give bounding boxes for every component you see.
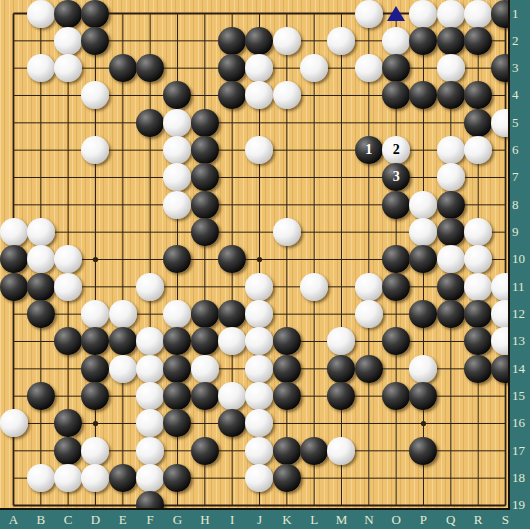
col-label-A: A [9, 512, 18, 528]
stone-white-O2 [382, 27, 410, 55]
stone-black-S14 [491, 355, 510, 383]
stone-black-K15 [273, 382, 301, 410]
stone-white-Q1 [437, 0, 465, 28]
col-label-P: P [420, 512, 427, 528]
row-label-14: 14 [512, 361, 525, 377]
stone-black-Q2 [437, 27, 465, 55]
col-label-N: N [364, 512, 373, 528]
row-label-18: 18 [512, 470, 525, 486]
stone-black-I2 [218, 27, 246, 55]
stone-black-Q11 [437, 273, 465, 301]
row-label-10: 10 [512, 251, 525, 267]
right-coordinate-strip: 12345678910111213141516171819 [510, 0, 530, 510]
stone-white-H14 [191, 355, 219, 383]
stone-white-S5 [491, 109, 510, 137]
row-label-5: 5 [512, 115, 519, 131]
stone-black-A10 [0, 245, 28, 273]
stone-white-Q6 [437, 136, 465, 164]
stone-black-O8 [382, 191, 410, 219]
stone-white-N3 [355, 54, 383, 82]
stone-black-R14 [464, 355, 492, 383]
go-board-app: 123 12345678910111213141516171819 ABCDEF… [0, 0, 530, 529]
stone-black-N6: 1 [355, 136, 383, 164]
col-label-O: O [391, 512, 400, 528]
stone-white-C11 [54, 273, 82, 301]
stone-black-D1 [81, 0, 109, 28]
col-label-G: G [173, 512, 182, 528]
stone-white-K2 [273, 27, 301, 55]
col-label-Q: Q [446, 512, 455, 528]
stone-black-H5 [191, 109, 219, 137]
go-board[interactable]: 123 [0, 0, 510, 510]
stone-black-N14 [355, 355, 383, 383]
stone-black-L17 [300, 437, 328, 465]
stone-black-S3 [491, 54, 510, 82]
stone-white-N11 [355, 273, 383, 301]
stone-black-C1 [54, 0, 82, 28]
stone-black-B12 [27, 300, 55, 328]
stone-white-B9 [27, 218, 55, 246]
row-label-3: 3 [512, 60, 519, 76]
stone-black-O11 [382, 273, 410, 301]
row-label-13: 13 [512, 333, 525, 349]
col-label-R: R [474, 512, 483, 528]
move-number-3: 3 [393, 170, 400, 184]
col-label-J: J [257, 512, 262, 528]
stone-black-Q9 [437, 218, 465, 246]
col-label-S: S [502, 512, 509, 528]
stone-black-K14 [273, 355, 301, 383]
col-label-E: E [119, 512, 127, 528]
row-label-11: 11 [512, 279, 525, 295]
stone-black-K17 [273, 437, 301, 465]
row-label-1: 1 [512, 6, 519, 22]
stone-white-B1 [27, 0, 55, 28]
stone-white-F17 [136, 437, 164, 465]
col-label-D: D [91, 512, 100, 528]
row-label-4: 4 [512, 87, 519, 103]
row-label-12: 12 [512, 306, 525, 322]
stone-black-H6 [191, 136, 219, 164]
stone-black-Q12 [437, 300, 465, 328]
col-label-K: K [282, 512, 291, 528]
stone-white-C2 [54, 27, 82, 55]
stone-white-F11 [136, 273, 164, 301]
col-label-I: I [230, 512, 234, 528]
row-label-6: 6 [512, 142, 519, 158]
stone-black-H17 [191, 437, 219, 465]
stone-black-R5 [464, 109, 492, 137]
stone-white-N1 [355, 0, 383, 28]
stone-white-P1 [409, 0, 437, 28]
row-label-17: 17 [512, 443, 525, 459]
stone-black-H15 [191, 382, 219, 410]
row-label-8: 8 [512, 197, 519, 213]
stone-white-N12 [355, 300, 383, 328]
stone-white-S12 [491, 300, 510, 328]
row-label-7: 7 [512, 169, 519, 185]
stone-white-F14 [136, 355, 164, 383]
stone-black-E3 [109, 54, 137, 82]
stone-black-A11 [0, 273, 28, 301]
row-label-9: 9 [512, 224, 519, 240]
stone-white-E14 [109, 355, 137, 383]
stone-black-C17 [54, 437, 82, 465]
triangle-marker [387, 6, 405, 21]
col-label-H: H [200, 512, 209, 528]
stone-white-R11 [464, 273, 492, 301]
stone-black-H12 [191, 300, 219, 328]
stone-black-Q8 [437, 191, 465, 219]
row-label-15: 15 [512, 388, 525, 404]
stone-black-E18 [109, 464, 137, 492]
col-label-B: B [36, 512, 45, 528]
col-label-M: M [336, 512, 348, 528]
stone-white-R1 [464, 0, 492, 28]
stone-white-E12 [109, 300, 137, 328]
col-label-L: L [310, 512, 318, 528]
stone-black-B15 [27, 382, 55, 410]
stone-black-B11 [27, 273, 55, 301]
stone-white-S11 [491, 273, 510, 301]
row-label-16: 16 [512, 415, 525, 431]
stone-black-H8 [191, 191, 219, 219]
row-label-2: 2 [512, 33, 519, 49]
stone-white-B18 [27, 464, 55, 492]
stone-black-K18 [273, 464, 301, 492]
move-number-1: 1 [365, 143, 372, 157]
stone-black-F19 [136, 491, 164, 510]
stone-white-K9 [273, 218, 301, 246]
stone-white-L11 [300, 273, 328, 301]
bottom-coordinate-strip: ABCDEFGHIJKLMNOPQRS [0, 510, 530, 529]
stone-black-F5 [136, 109, 164, 137]
stone-white-B3 [27, 54, 55, 82]
stone-white-A16 [0, 409, 28, 437]
stone-black-S1 [491, 0, 510, 28]
col-label-F: F [147, 512, 154, 528]
stone-black-H9 [191, 218, 219, 246]
stone-black-R2 [464, 27, 492, 55]
stone-white-Q3 [437, 54, 465, 82]
col-label-C: C [64, 512, 73, 528]
stone-white-A9 [0, 218, 28, 246]
move-number-2: 2 [393, 143, 400, 157]
